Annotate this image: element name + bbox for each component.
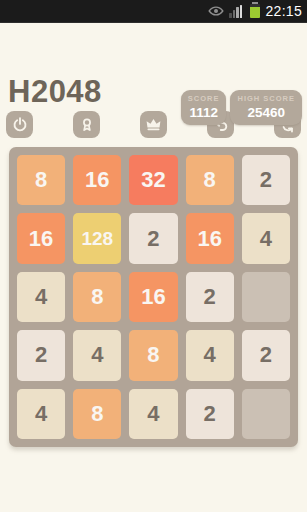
high-score-value: 25460 (237, 105, 295, 120)
leaderboard-button[interactable] (140, 111, 167, 138)
tile-16: 16 (17, 213, 65, 263)
app-title: H2048 (8, 76, 102, 107)
tile-16: 16 (73, 155, 121, 205)
tile-8: 8 (73, 389, 121, 439)
tile-4: 4 (186, 330, 234, 380)
high-score-label: HIGH SCORE (237, 94, 295, 103)
screen: 22:15 H2048 SCORE 1112 HIGH SCORE 25460 (0, 0, 307, 512)
tile-8: 8 (129, 330, 177, 380)
signal-bars-icon (229, 5, 242, 18)
high-score-box: HIGH SCORE 25460 (230, 90, 302, 125)
score-value: 1112 (188, 105, 220, 120)
tile-16: 16 (186, 213, 234, 263)
tile-4: 4 (17, 272, 65, 322)
tile-8: 8 (17, 155, 65, 205)
achievements-button[interactable] (73, 111, 100, 138)
status-time: 22:15 (265, 3, 302, 19)
tile-2: 2 (242, 155, 290, 205)
power-button[interactable] (6, 111, 33, 138)
header: H2048 SCORE 1112 HIGH SCORE 25460 (0, 23, 307, 111)
score-label: SCORE (188, 94, 220, 103)
empty-cell (242, 272, 290, 322)
eye-icon (208, 5, 224, 17)
battery-icon (250, 4, 260, 18)
tile-128: 128 (73, 213, 121, 263)
board[interactable]: 816328216128216448162248424842 (9, 147, 298, 447)
tile-8: 8 (186, 155, 234, 205)
score-box: SCORE 1112 (181, 90, 227, 125)
power-icon (11, 116, 29, 134)
status-bar: 22:15 (0, 0, 307, 23)
tile-32: 32 (129, 155, 177, 205)
score-boxes: SCORE 1112 HIGH SCORE 25460 (181, 90, 302, 125)
tile-4: 4 (17, 389, 65, 439)
tile-2: 2 (186, 272, 234, 322)
tile-8: 8 (73, 272, 121, 322)
tile-2: 2 (186, 389, 234, 439)
empty-cell (242, 389, 290, 439)
tile-2: 2 (17, 330, 65, 380)
tile-2: 2 (129, 213, 177, 263)
tile-16: 16 (129, 272, 177, 322)
tile-4: 4 (129, 389, 177, 439)
tile-4: 4 (242, 213, 290, 263)
tile-4: 4 (73, 330, 121, 380)
tile-2: 2 (242, 330, 290, 380)
medal-icon (78, 116, 96, 134)
crown-icon (144, 115, 163, 134)
